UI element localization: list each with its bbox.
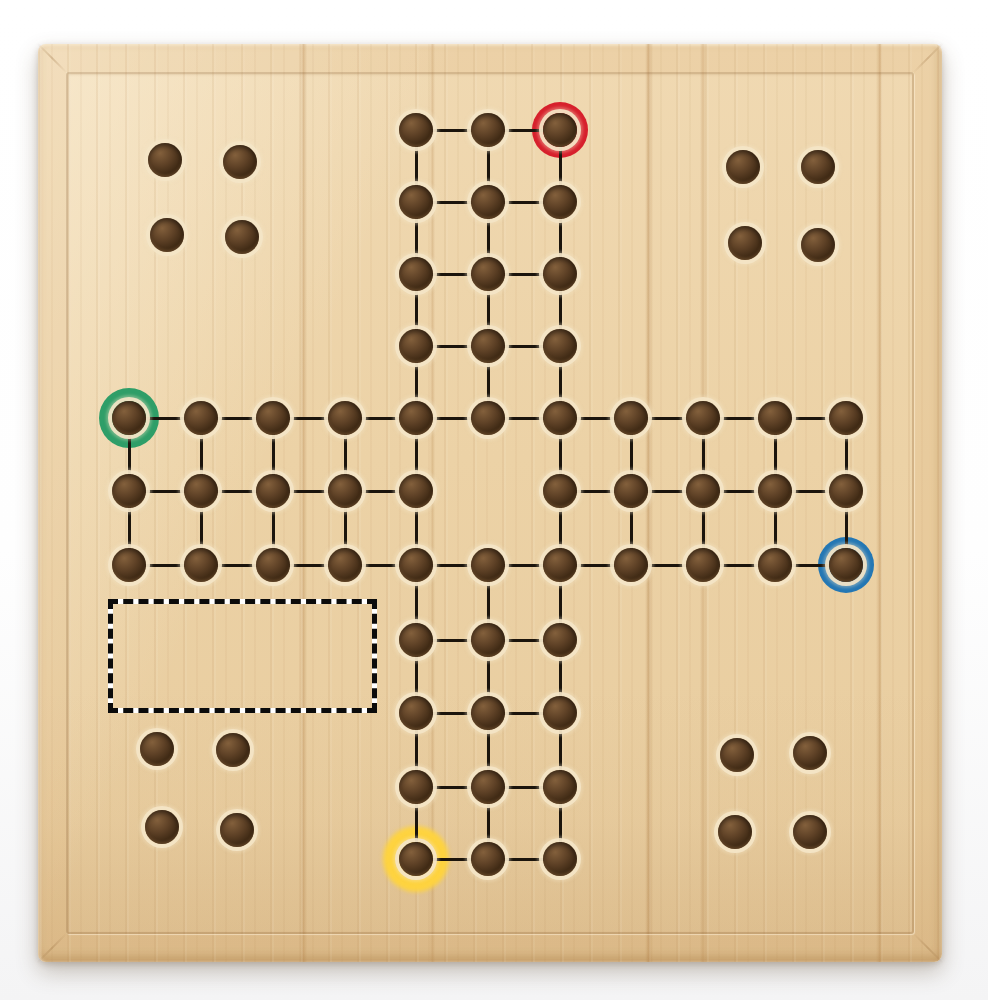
- home-hole-top-left[interactable]: [225, 220, 259, 254]
- peg-hole[interactable]: [471, 113, 505, 147]
- peg-hole[interactable]: [112, 548, 146, 582]
- home-hole-top-left[interactable]: [150, 218, 184, 252]
- home-hole-bottom-left[interactable]: [216, 733, 250, 767]
- peg-hole[interactable]: [399, 770, 433, 804]
- peg-hole[interactable]: [543, 770, 577, 804]
- peg-hole[interactable]: [399, 696, 433, 730]
- peg-hole[interactable]: [328, 401, 362, 435]
- peg-hole[interactable]: [614, 548, 648, 582]
- peg-hole[interactable]: [543, 329, 577, 363]
- peg-hole-red-start[interactable]: [543, 113, 577, 147]
- peg-hole[interactable]: [184, 401, 218, 435]
- peg-hole[interactable]: [543, 696, 577, 730]
- bevel-miter-top-right: [912, 42, 943, 73]
- peg-hole[interactable]: [686, 548, 720, 582]
- peg-hole[interactable]: [399, 474, 433, 508]
- peg-hole[interactable]: [758, 401, 792, 435]
- peg-hole[interactable]: [399, 185, 433, 219]
- peg-hole[interactable]: [184, 548, 218, 582]
- home-hole-top-right[interactable]: [801, 228, 835, 262]
- peg-hole[interactable]: [471, 770, 505, 804]
- peg-hole[interactable]: [543, 474, 577, 508]
- peg-hole[interactable]: [256, 548, 290, 582]
- bevel-miter-top-left: [36, 42, 67, 73]
- home-hole-top-right[interactable]: [728, 226, 762, 260]
- peg-hole[interactable]: [543, 623, 577, 657]
- peg-hole[interactable]: [543, 548, 577, 582]
- peg-hole[interactable]: [471, 401, 505, 435]
- home-hole-bottom-right[interactable]: [720, 738, 754, 772]
- peg-hole[interactable]: [328, 474, 362, 508]
- peg-hole[interactable]: [399, 548, 433, 582]
- home-hole-bottom-right[interactable]: [793, 736, 827, 770]
- peg-hole[interactable]: [614, 401, 648, 435]
- home-hole-bottom-left[interactable]: [220, 813, 254, 847]
- peg-hole-yellow-start[interactable]: [399, 842, 433, 876]
- peg-hole[interactable]: [471, 257, 505, 291]
- peg-hole[interactable]: [829, 474, 863, 508]
- home-hole-top-right[interactable]: [726, 150, 760, 184]
- print-area-placeholder: [108, 599, 377, 713]
- peg-hole[interactable]: [471, 185, 505, 219]
- peg-hole[interactable]: [112, 474, 146, 508]
- peg-hole[interactable]: [543, 842, 577, 876]
- peg-hole[interactable]: [543, 401, 577, 435]
- peg-hole[interactable]: [686, 401, 720, 435]
- peg-hole[interactable]: [399, 257, 433, 291]
- peg-hole[interactable]: [758, 548, 792, 582]
- bevel-miter-bottom-right: [912, 932, 943, 963]
- peg-hole[interactable]: [399, 329, 433, 363]
- peg-hole[interactable]: [471, 842, 505, 876]
- peg-hole[interactable]: [256, 401, 290, 435]
- peg-hole[interactable]: [471, 548, 505, 582]
- peg-hole[interactable]: [543, 257, 577, 291]
- peg-hole[interactable]: [256, 474, 290, 508]
- peg-hole[interactable]: [399, 401, 433, 435]
- peg-hole[interactable]: [614, 474, 648, 508]
- home-hole-top-left[interactable]: [148, 143, 182, 177]
- peg-hole[interactable]: [399, 113, 433, 147]
- home-hole-bottom-right[interactable]: [718, 815, 752, 849]
- home-hole-bottom-right[interactable]: [793, 815, 827, 849]
- peg-hole[interactable]: [543, 185, 577, 219]
- home-hole-bottom-left[interactable]: [140, 732, 174, 766]
- home-hole-top-right[interactable]: [801, 150, 835, 184]
- peg-hole[interactable]: [328, 548, 362, 582]
- peg-hole-blue-start[interactable]: [829, 548, 863, 582]
- home-hole-top-left[interactable]: [223, 145, 257, 179]
- peg-hole[interactable]: [399, 623, 433, 657]
- peg-hole[interactable]: [471, 329, 505, 363]
- peg-hole[interactable]: [686, 474, 720, 508]
- peg-hole[interactable]: [471, 623, 505, 657]
- peg-hole[interactable]: [184, 474, 218, 508]
- peg-hole[interactable]: [471, 696, 505, 730]
- bevel-miter-bottom-left: [36, 932, 67, 963]
- home-hole-bottom-left[interactable]: [145, 810, 179, 844]
- peg-hole-green-start[interactable]: [112, 401, 146, 435]
- peg-hole[interactable]: [829, 401, 863, 435]
- peg-hole[interactable]: [758, 474, 792, 508]
- product-photo-canvas: [0, 0, 988, 1000]
